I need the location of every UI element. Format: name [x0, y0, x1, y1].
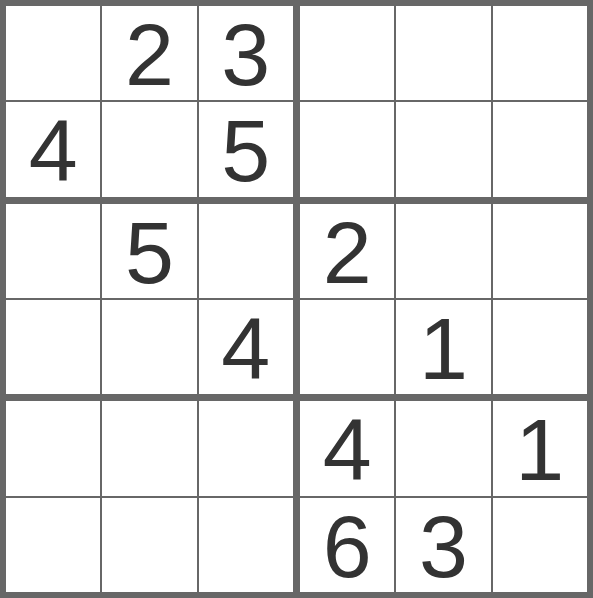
cell-r1c4[interactable] — [300, 6, 394, 100]
cell-r3c1[interactable] — [6, 204, 100, 298]
cell-r6c5[interactable]: 3 — [396, 498, 490, 592]
cell-r2c3[interactable]: 5 — [199, 102, 293, 196]
cell-r3c3[interactable] — [199, 204, 293, 298]
cell-r6c1[interactable] — [6, 498, 100, 592]
given-digit: 2 — [323, 209, 372, 297]
cell-r4c6[interactable] — [493, 300, 587, 394]
given-digit: 1 — [515, 406, 564, 494]
cell-r2c4[interactable] — [300, 102, 394, 196]
cell-r2c1[interactable]: 4 — [6, 102, 100, 196]
box-r0c1 — [300, 6, 587, 197]
cell-r4c4[interactable] — [300, 300, 394, 394]
box-r1c1: 21 — [300, 204, 587, 395]
box-r1c0: 54 — [6, 204, 293, 395]
box-r0c0: 2345 — [6, 6, 293, 197]
cell-r2c6[interactable] — [493, 102, 587, 196]
given-digit: 6 — [323, 503, 372, 591]
cell-r5c5[interactable] — [396, 401, 490, 495]
cell-r3c5[interactable] — [396, 204, 490, 298]
given-digit: 3 — [221, 11, 270, 99]
cell-r3c2[interactable]: 5 — [102, 204, 196, 298]
given-digit: 4 — [221, 305, 270, 393]
cell-r4c2[interactable] — [102, 300, 196, 394]
cell-r1c2[interactable]: 2 — [102, 6, 196, 100]
cell-r3c6[interactable] — [493, 204, 587, 298]
cell-r1c5[interactable] — [396, 6, 490, 100]
cell-r6c3[interactable] — [199, 498, 293, 592]
cell-r1c6[interactable] — [493, 6, 587, 100]
cell-r6c2[interactable] — [102, 498, 196, 592]
cell-r2c2[interactable] — [102, 102, 196, 196]
given-digit: 5 — [125, 209, 174, 297]
cell-r1c3[interactable]: 3 — [199, 6, 293, 100]
given-digit: 5 — [221, 107, 270, 195]
cell-r4c1[interactable] — [6, 300, 100, 394]
given-digit: 4 — [29, 107, 78, 195]
cell-r2c5[interactable] — [396, 102, 490, 196]
cell-r5c1[interactable] — [6, 401, 100, 495]
cell-r6c4[interactable]: 6 — [300, 498, 394, 592]
cell-r3c4[interactable]: 2 — [300, 204, 394, 298]
box-r2c1: 4163 — [300, 401, 587, 592]
given-digit: 3 — [419, 503, 468, 591]
cell-r5c2[interactable] — [102, 401, 196, 495]
cell-r5c6[interactable]: 1 — [493, 401, 587, 495]
given-digit: 4 — [323, 406, 372, 494]
sudoku-board: 234554214163 — [0, 0, 593, 598]
box-r2c0 — [6, 401, 293, 592]
cell-r4c3[interactable]: 4 — [199, 300, 293, 394]
cell-r5c4[interactable]: 4 — [300, 401, 394, 495]
cell-r6c6[interactable] — [493, 498, 587, 592]
cell-r4c5[interactable]: 1 — [396, 300, 490, 394]
cell-r1c1[interactable] — [6, 6, 100, 100]
given-digit: 2 — [125, 11, 174, 99]
given-digit: 1 — [419, 305, 468, 393]
cell-r5c3[interactable] — [199, 401, 293, 495]
